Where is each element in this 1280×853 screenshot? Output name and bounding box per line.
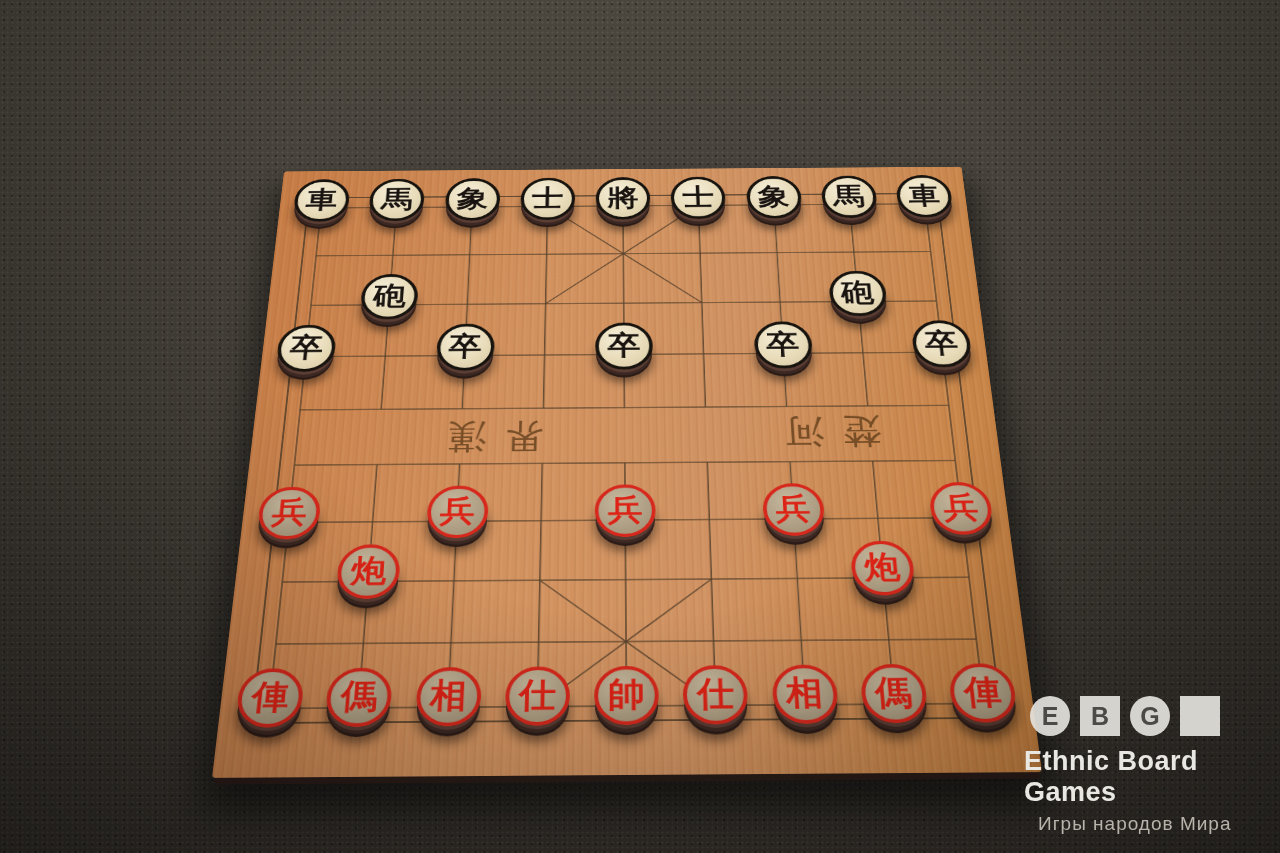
piece-character: 象 xyxy=(456,186,489,211)
piece-character: 兵 xyxy=(439,496,475,526)
piece-character: 士 xyxy=(532,186,564,211)
logo-tile-E: E xyxy=(1030,696,1070,736)
piece-character: 炮 xyxy=(863,551,901,583)
piece-character: 傌 xyxy=(874,675,914,709)
piece-character: 仕 xyxy=(518,678,556,712)
river-inscription-left: 界漢 xyxy=(428,413,562,459)
logo-title: Ethnic Board Games xyxy=(1024,746,1274,808)
piece-character: 帥 xyxy=(608,677,645,711)
piece-character: 炮 xyxy=(350,555,388,587)
logo-tiles: EBG xyxy=(1030,696,1274,736)
piece-character: 卒 xyxy=(289,334,325,361)
logo-tile-G: G xyxy=(1130,696,1170,736)
piece-character: 馬 xyxy=(832,184,866,208)
piece-character: 車 xyxy=(907,183,941,207)
piece-character: 將 xyxy=(607,185,639,210)
piece-character: 卒 xyxy=(923,329,959,356)
logo-tile-blank xyxy=(1180,696,1220,736)
piece-character: 傌 xyxy=(339,679,379,713)
piece-character: 兵 xyxy=(270,497,308,527)
piece-character: 兵 xyxy=(942,492,980,522)
piece-character: 相 xyxy=(785,676,824,710)
piece-character: 卒 xyxy=(607,332,640,359)
watermark-logo: EBG Ethnic Board Games Игры народов Мира xyxy=(1024,696,1274,835)
logo-subtitle: Игры народов Мира xyxy=(1024,813,1274,835)
piece-character: 仕 xyxy=(696,677,734,711)
piece-character: 士 xyxy=(682,185,714,210)
piece-character: 俥 xyxy=(250,680,291,714)
piece-character: 砲 xyxy=(840,280,875,306)
xiangqi-board: 界漢 楚河 車馬象士將士象馬車砲砲卒卒卒卒卒兵兵兵兵兵炮炮俥傌相仕帥仕相傌俥 xyxy=(212,167,1042,778)
piece-character: 卒 xyxy=(765,331,800,358)
piece-character: 馬 xyxy=(381,187,414,212)
piece-character: 象 xyxy=(757,184,790,209)
piece-character: 砲 xyxy=(373,283,407,309)
river-inscription-right: 楚河 xyxy=(766,408,902,453)
piece-character: 俥 xyxy=(962,675,1003,709)
piece-character: 相 xyxy=(429,679,468,713)
piece-character: 兵 xyxy=(775,493,812,523)
piece-character: 兵 xyxy=(608,495,643,525)
piece-character: 車 xyxy=(305,187,339,212)
logo-tile-B: B xyxy=(1080,696,1120,736)
piece-character: 卒 xyxy=(448,333,482,360)
